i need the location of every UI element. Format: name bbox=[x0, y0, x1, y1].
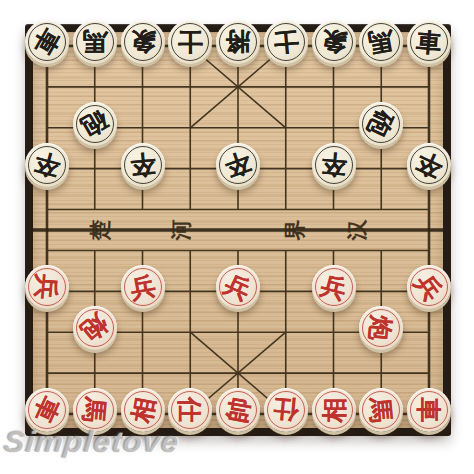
piece-black-elephant[interactable]: 象 bbox=[121, 20, 165, 64]
piece-black-soldier[interactable]: 卒 bbox=[25, 143, 69, 187]
piece-black-soldier[interactable]: 卒 bbox=[312, 143, 356, 187]
piece-red-soldier[interactable]: 兵 bbox=[312, 265, 356, 309]
river-text-char: 汉 bbox=[344, 217, 370, 243]
piece-black-advisor[interactable]: 士 bbox=[168, 20, 212, 64]
red-elephant-glyph: 相 bbox=[117, 385, 168, 436]
black-advisor-glyph: 士 bbox=[262, 18, 310, 66]
red-soldier-glyph: 兵 bbox=[23, 263, 71, 311]
red-general-glyph: 帥 bbox=[213, 385, 264, 436]
piece-red-soldier[interactable]: 兵 bbox=[121, 265, 165, 309]
piece-red-chariot[interactable]: 車 bbox=[25, 388, 69, 432]
piece-red-cannon[interactable]: 炮 bbox=[73, 306, 117, 350]
red-horse-glyph: 馬 bbox=[71, 386, 119, 434]
river-text-char: 河 bbox=[168, 217, 194, 243]
black-horse-glyph: 馬 bbox=[356, 17, 407, 68]
red-soldier-glyph: 兵 bbox=[117, 262, 168, 313]
black-elephant-glyph: 象 bbox=[308, 17, 359, 68]
piece-red-advisor[interactable]: 仕 bbox=[264, 388, 308, 432]
black-elephant-glyph: 象 bbox=[119, 18, 167, 66]
piece-black-horse[interactable]: 馬 bbox=[359, 20, 403, 64]
red-cannon-glyph: 炮 bbox=[357, 304, 405, 352]
black-soldier-glyph: 卒 bbox=[310, 141, 358, 189]
piece-red-cannon[interactable]: 炮 bbox=[359, 306, 403, 350]
piece-black-cannon[interactable]: 砲 bbox=[73, 102, 117, 146]
black-soldier-glyph: 卒 bbox=[119, 141, 167, 189]
piece-black-general[interactable]: 將 bbox=[216, 20, 260, 64]
piece-red-soldier[interactable]: 兵 bbox=[216, 265, 260, 309]
red-horse-glyph: 馬 bbox=[357, 386, 405, 434]
piece-red-advisor[interactable]: 仕 bbox=[168, 388, 212, 432]
river-text-char: 界 bbox=[282, 217, 308, 243]
piece-black-soldier[interactable]: 卒 bbox=[121, 143, 165, 187]
river-text-char: 楚 bbox=[87, 217, 113, 243]
piece-red-general[interactable]: 帥 bbox=[216, 388, 260, 432]
piece-red-chariot[interactable]: 車 bbox=[407, 388, 451, 432]
piece-black-chariot[interactable]: 車 bbox=[25, 20, 69, 64]
board-surface: 楚河界汉車馬象士將士象馬車砲砲卒卒卒卒卒兵兵兵兵兵炮炮車馬相仕帥仕相馬車 bbox=[33, 32, 443, 428]
piece-red-elephant[interactable]: 相 bbox=[121, 388, 165, 432]
black-advisor-glyph: 士 bbox=[168, 20, 212, 64]
xiangqi-board: 楚河界汉車馬象士將士象馬車砲砲卒卒卒卒卒兵兵兵兵兵炮炮車馬相仕帥仕相馬車 bbox=[25, 24, 451, 436]
piece-red-soldier[interactable]: 兵 bbox=[407, 265, 451, 309]
piece-red-horse[interactable]: 馬 bbox=[73, 388, 117, 432]
piece-red-horse[interactable]: 馬 bbox=[359, 388, 403, 432]
red-advisor-glyph: 仕 bbox=[168, 388, 212, 432]
piece-black-horse[interactable]: 馬 bbox=[73, 20, 117, 64]
piece-black-advisor[interactable]: 士 bbox=[264, 20, 308, 64]
piece-black-elephant[interactable]: 象 bbox=[312, 20, 356, 64]
black-horse-glyph: 馬 bbox=[73, 20, 117, 64]
red-advisor-glyph: 仕 bbox=[262, 386, 310, 434]
red-chariot-glyph: 車 bbox=[407, 388, 451, 432]
piece-black-cannon[interactable]: 砲 bbox=[359, 102, 403, 146]
piece-red-soldier[interactable]: 兵 bbox=[25, 265, 69, 309]
piece-black-soldier[interactable]: 卒 bbox=[407, 143, 451, 187]
black-chariot-glyph: 車 bbox=[405, 18, 453, 66]
piece-black-soldier[interactable]: 卒 bbox=[216, 143, 260, 187]
red-elephant-glyph: 相 bbox=[312, 388, 356, 432]
piece-red-elephant[interactable]: 相 bbox=[312, 388, 356, 432]
black-general-glyph: 將 bbox=[216, 20, 260, 64]
piece-black-chariot[interactable]: 車 bbox=[407, 20, 451, 64]
